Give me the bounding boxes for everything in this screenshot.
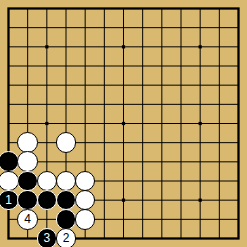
stone-black[interactable] <box>17 171 38 192</box>
stone-white[interactable] <box>0 171 19 192</box>
stone-black[interactable] <box>37 190 58 211</box>
stone-white[interactable] <box>17 151 38 172</box>
stone-black[interactable] <box>17 190 38 211</box>
go-board: 1432 <box>0 0 247 247</box>
stone-white[interactable] <box>56 171 77 192</box>
stone-black[interactable] <box>56 209 77 230</box>
stone-white[interactable] <box>37 171 58 192</box>
stone-black[interactable]: 3 <box>37 228 58 247</box>
stone-black[interactable] <box>0 151 19 172</box>
stone-white[interactable] <box>75 209 96 230</box>
stone-white[interactable]: 4 <box>17 209 38 230</box>
move-number-label: 1 <box>5 194 12 206</box>
move-number-label: 4 <box>24 213 31 225</box>
stone-black[interactable]: 1 <box>0 190 19 211</box>
stone-white[interactable] <box>56 132 77 153</box>
move-number-label: 3 <box>43 232 50 244</box>
stone-white[interactable] <box>75 171 96 192</box>
stone-white[interactable] <box>17 132 38 153</box>
stone-white[interactable]: 2 <box>56 228 77 247</box>
stone-white[interactable] <box>75 190 96 211</box>
move-number-label: 2 <box>63 232 70 244</box>
board-grid[interactable]: 1432 <box>0 0 247 247</box>
stone-black[interactable] <box>56 190 77 211</box>
